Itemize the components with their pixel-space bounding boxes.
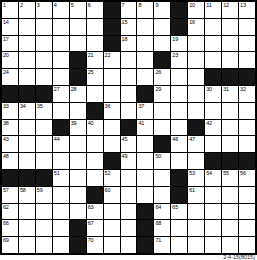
white-cell[interactable] xyxy=(137,19,153,35)
white-cell[interactable]: 24 xyxy=(2,69,18,85)
clue-number: 65 xyxy=(172,204,178,210)
clue-number: 54 xyxy=(206,170,212,176)
white-cell[interactable] xyxy=(53,220,69,236)
white-cell[interactable]: 20 xyxy=(2,52,18,68)
crossword-page: 1234567891011121314151617181920212223242… xyxy=(0,0,257,260)
white-cell[interactable]: 41 xyxy=(137,120,153,136)
white-cell[interactable] xyxy=(121,204,137,220)
white-cell[interactable]: 53 xyxy=(188,170,204,186)
white-cell[interactable] xyxy=(205,52,221,68)
white-cell[interactable] xyxy=(222,204,238,220)
white-cell[interactable] xyxy=(239,204,255,220)
white-cell[interactable]: 14 xyxy=(2,19,18,35)
clue-number: 55 xyxy=(223,170,229,176)
white-cell[interactable] xyxy=(53,204,69,220)
white-cell[interactable] xyxy=(205,220,221,236)
white-cell[interactable]: 38 xyxy=(2,120,18,136)
white-cell[interactable]: 44 xyxy=(53,136,69,152)
white-cell[interactable] xyxy=(205,19,221,35)
clue-number: 36 xyxy=(105,103,111,109)
white-cell[interactable] xyxy=(36,120,52,136)
white-cell[interactable]: 69 xyxy=(2,237,18,253)
black-cell xyxy=(137,237,153,253)
white-cell[interactable] xyxy=(205,103,221,119)
white-cell[interactable] xyxy=(154,120,170,136)
white-cell[interactable]: 11 xyxy=(205,2,221,18)
black-cell xyxy=(239,153,255,169)
white-cell[interactable] xyxy=(70,103,86,119)
black-cell xyxy=(171,170,187,186)
white-cell[interactable]: 54 xyxy=(205,170,221,186)
white-cell[interactable] xyxy=(188,103,204,119)
white-cell[interactable]: 5 xyxy=(70,2,86,18)
white-cell[interactable] xyxy=(188,86,204,102)
clue-number: 24 xyxy=(3,69,9,75)
white-cell[interactable]: 3 xyxy=(36,2,52,18)
white-cell[interactable] xyxy=(222,220,238,236)
white-cell[interactable] xyxy=(104,120,120,136)
white-cell[interactable] xyxy=(87,136,103,152)
white-cell[interactable] xyxy=(137,69,153,85)
white-cell[interactable] xyxy=(121,103,137,119)
white-cell[interactable] xyxy=(205,204,221,220)
clue-number: 21 xyxy=(88,52,94,58)
clue-number: 56 xyxy=(240,170,246,176)
white-cell[interactable]: 18 xyxy=(121,36,137,52)
black-cell xyxy=(222,69,238,85)
clue-number: 48 xyxy=(3,153,9,159)
white-cell[interactable] xyxy=(154,103,170,119)
clue-number: 45 xyxy=(122,136,128,142)
white-cell[interactable] xyxy=(171,69,187,85)
clue-number: 9 xyxy=(155,2,158,8)
white-cell[interactable] xyxy=(188,52,204,68)
white-cell[interactable] xyxy=(239,120,255,136)
white-cell[interactable]: 56 xyxy=(239,170,255,186)
white-cell[interactable] xyxy=(36,153,52,169)
clue-number: 26 xyxy=(155,69,161,75)
white-cell[interactable] xyxy=(239,220,255,236)
white-cell[interactable] xyxy=(171,86,187,102)
white-cell[interactable] xyxy=(19,153,35,169)
white-cell[interactable] xyxy=(53,19,69,35)
white-cell[interactable]: 45 xyxy=(121,136,137,152)
clue-number: 49 xyxy=(122,153,128,159)
white-cell[interactable] xyxy=(205,36,221,52)
white-cell[interactable] xyxy=(36,36,52,52)
white-cell[interactable]: 61 xyxy=(188,187,204,203)
white-cell[interactable]: 52 xyxy=(104,170,120,186)
white-cell[interactable] xyxy=(87,153,103,169)
black-cell xyxy=(171,2,187,18)
clue-number: 8 xyxy=(138,2,141,8)
white-cell[interactable]: 23 xyxy=(171,52,187,68)
white-cell[interactable] xyxy=(239,136,255,152)
black-cell xyxy=(104,2,120,18)
clue-number: 2 xyxy=(20,2,23,8)
white-cell[interactable]: 60 xyxy=(104,187,120,203)
white-cell[interactable] xyxy=(87,36,103,52)
white-cell[interactable] xyxy=(19,136,35,152)
white-cell[interactable]: 19 xyxy=(171,36,187,52)
clue-number: 43 xyxy=(3,136,9,142)
black-cell xyxy=(53,120,69,136)
white-cell[interactable] xyxy=(137,187,153,203)
white-cell[interactable]: 65 xyxy=(171,204,187,220)
white-cell[interactable]: 21 xyxy=(87,52,103,68)
clue-number: 1 xyxy=(3,2,6,8)
white-cell[interactable]: 64 xyxy=(154,204,170,220)
black-cell xyxy=(2,170,18,186)
clue-number: 33 xyxy=(3,103,9,109)
clue-number: 71 xyxy=(155,237,161,243)
clue-number: 68 xyxy=(155,220,161,226)
white-cell[interactable]: 7 xyxy=(121,2,137,18)
black-cell xyxy=(104,36,120,52)
white-cell[interactable] xyxy=(104,86,120,102)
clue-number: 17 xyxy=(3,36,9,42)
white-cell[interactable]: 34 xyxy=(19,103,35,119)
white-cell[interactable] xyxy=(154,170,170,186)
clue-number: 25 xyxy=(88,69,94,75)
clue-number: 20 xyxy=(3,52,9,58)
clue-number: 42 xyxy=(206,120,212,126)
white-cell[interactable]: 2 xyxy=(19,2,35,18)
black-cell xyxy=(205,69,221,85)
clue-number: 11 xyxy=(206,2,211,8)
black-cell xyxy=(104,153,120,169)
white-cell[interactable]: 36 xyxy=(104,103,120,119)
white-cell[interactable] xyxy=(222,52,238,68)
white-cell[interactable]: 29 xyxy=(154,86,170,102)
black-cell xyxy=(171,19,187,35)
clue-number: 38 xyxy=(3,120,9,126)
black-cell xyxy=(137,204,153,220)
clue-number: 22 xyxy=(105,52,111,58)
black-cell xyxy=(2,86,18,102)
black-cell xyxy=(70,52,86,68)
black-cell xyxy=(137,86,153,102)
white-cell[interactable] xyxy=(121,52,137,68)
clue-number: 14 xyxy=(3,19,9,25)
clue-number: 32 xyxy=(240,86,246,92)
white-cell[interactable] xyxy=(154,187,170,203)
white-cell[interactable]: 22 xyxy=(104,52,120,68)
white-cell[interactable] xyxy=(222,187,238,203)
white-cell[interactable]: 71 xyxy=(154,237,170,253)
white-cell[interactable]: 26 xyxy=(154,69,170,85)
white-cell[interactable] xyxy=(222,19,238,35)
clue-number: 64 xyxy=(155,204,161,210)
white-cell[interactable]: 16 xyxy=(188,19,204,35)
clue-number: 30 xyxy=(206,86,212,92)
black-cell xyxy=(137,220,153,236)
white-cell[interactable] xyxy=(19,36,35,52)
white-cell[interactable] xyxy=(121,237,137,253)
clue-number: 15 xyxy=(122,19,128,25)
white-cell[interactable] xyxy=(104,69,120,85)
white-cell[interactable] xyxy=(137,153,153,169)
white-cell[interactable] xyxy=(104,204,120,220)
black-cell xyxy=(70,220,86,236)
white-cell[interactable] xyxy=(70,187,86,203)
white-cell[interactable]: 51 xyxy=(53,170,69,186)
white-cell[interactable]: 27 xyxy=(53,86,69,102)
white-cell[interactable] xyxy=(70,19,86,35)
white-cell[interactable]: 4 xyxy=(53,2,69,18)
white-cell[interactable] xyxy=(222,120,238,136)
black-cell xyxy=(87,187,103,203)
white-cell[interactable] xyxy=(19,69,35,85)
white-cell[interactable] xyxy=(121,187,137,203)
white-cell[interactable]: 66 xyxy=(2,220,18,236)
black-cell xyxy=(36,86,52,102)
white-cell[interactable] xyxy=(70,170,86,186)
black-cell xyxy=(104,19,120,35)
clue-number: 53 xyxy=(189,170,195,176)
white-cell[interactable] xyxy=(205,237,221,253)
black-cell xyxy=(19,86,35,102)
white-cell[interactable]: 13 xyxy=(239,2,255,18)
white-cell[interactable] xyxy=(70,36,86,52)
white-cell[interactable] xyxy=(239,36,255,52)
clue-number: 60 xyxy=(105,187,111,193)
white-cell[interactable]: 37 xyxy=(137,103,153,119)
white-cell[interactable]: 50 xyxy=(154,153,170,169)
white-cell[interactable] xyxy=(53,52,69,68)
white-cell[interactable]: 58 xyxy=(19,187,35,203)
white-cell[interactable]: 42 xyxy=(205,120,221,136)
clue-number: 31 xyxy=(223,86,229,92)
clue-number: 57 xyxy=(3,187,9,193)
white-cell[interactable] xyxy=(188,220,204,236)
white-cell[interactable] xyxy=(137,136,153,152)
clue-number: 27 xyxy=(54,86,60,92)
white-cell[interactable]: 1 xyxy=(2,2,18,18)
clue-number: 63 xyxy=(88,204,94,210)
white-cell[interactable] xyxy=(53,36,69,52)
clue-number: 37 xyxy=(138,103,144,109)
white-cell[interactable]: 39 xyxy=(70,120,86,136)
white-cell[interactable] xyxy=(239,237,255,253)
white-cell[interactable] xyxy=(239,187,255,203)
white-cell[interactable] xyxy=(104,220,120,236)
white-cell[interactable] xyxy=(70,153,86,169)
white-cell[interactable] xyxy=(171,103,187,119)
white-cell[interactable]: 49 xyxy=(121,153,137,169)
clue-number: 66 xyxy=(3,220,9,226)
clue-number: 5 xyxy=(71,2,74,8)
white-cell[interactable] xyxy=(205,136,221,152)
white-cell[interactable]: 70 xyxy=(87,237,103,253)
white-cell[interactable] xyxy=(137,170,153,186)
white-cell[interactable]: 31 xyxy=(222,86,238,102)
white-cell[interactable] xyxy=(36,136,52,152)
white-cell[interactable] xyxy=(36,69,52,85)
white-cell[interactable]: 10 xyxy=(188,2,204,18)
black-cell xyxy=(154,52,170,68)
white-cell[interactable]: 43 xyxy=(2,136,18,152)
white-cell[interactable] xyxy=(137,52,153,68)
white-cell[interactable]: 35 xyxy=(36,103,52,119)
white-cell[interactable]: 57 xyxy=(2,187,18,203)
clue-number: 67 xyxy=(88,220,94,226)
white-cell[interactable] xyxy=(19,220,35,236)
white-cell[interactable]: 25 xyxy=(87,69,103,85)
white-cell[interactable] xyxy=(53,237,69,253)
white-cell[interactable]: 6 xyxy=(87,2,103,18)
black-cell xyxy=(188,120,204,136)
white-cell[interactable] xyxy=(188,237,204,253)
white-cell[interactable] xyxy=(121,220,137,236)
white-cell[interactable] xyxy=(239,103,255,119)
white-cell[interactable]: 55 xyxy=(222,170,238,186)
white-cell[interactable] xyxy=(239,52,255,68)
white-cell[interactable]: 30 xyxy=(205,86,221,102)
white-cell[interactable]: 12 xyxy=(222,2,238,18)
puzzle-code: 2-4-15(8015) xyxy=(0,255,256,260)
clue-number: 13 xyxy=(240,2,246,8)
white-cell[interactable]: 62 xyxy=(2,204,18,220)
clue-number: 47 xyxy=(189,136,195,142)
crossword-grid: 1234567891011121314151617181920212223242… xyxy=(0,0,257,255)
white-cell[interactable]: 15 xyxy=(121,19,137,35)
white-cell[interactable] xyxy=(121,69,137,85)
clue-number: 70 xyxy=(88,237,94,243)
clue-number: 52 xyxy=(105,170,111,176)
white-cell[interactable]: 28 xyxy=(70,86,86,102)
white-cell[interactable] xyxy=(171,237,187,253)
clue-number: 41 xyxy=(138,120,144,126)
white-cell[interactable] xyxy=(36,237,52,253)
clue-number: 34 xyxy=(20,103,26,109)
white-cell[interactable] xyxy=(53,103,69,119)
white-cell[interactable] xyxy=(104,237,120,253)
white-cell[interactable] xyxy=(171,153,187,169)
white-cell[interactable] xyxy=(188,69,204,85)
clue-number: 35 xyxy=(37,103,43,109)
clue-number: 6 xyxy=(88,2,91,8)
white-cell[interactable] xyxy=(87,170,103,186)
white-cell[interactable] xyxy=(171,220,187,236)
clue-number: 16 xyxy=(189,19,195,25)
white-cell[interactable] xyxy=(36,220,52,236)
white-cell[interactable] xyxy=(188,204,204,220)
clue-number: 59 xyxy=(37,187,43,193)
black-cell xyxy=(19,170,35,186)
white-cell[interactable] xyxy=(171,120,187,136)
clue-number: 50 xyxy=(155,153,161,159)
clue-number: 7 xyxy=(122,2,125,8)
clue-number: 40 xyxy=(88,120,94,126)
white-cell[interactable] xyxy=(19,120,35,136)
black-cell xyxy=(87,103,103,119)
white-cell[interactable] xyxy=(36,19,52,35)
white-cell[interactable]: 46 xyxy=(171,136,187,152)
black-cell xyxy=(154,136,170,152)
clue-number: 4 xyxy=(54,2,57,8)
white-cell[interactable] xyxy=(137,36,153,52)
white-cell[interactable]: 17 xyxy=(2,36,18,52)
white-cell[interactable] xyxy=(121,170,137,186)
white-cell[interactable] xyxy=(36,204,52,220)
white-cell[interactable] xyxy=(188,153,204,169)
clue-number: 62 xyxy=(3,204,9,210)
clue-number: 28 xyxy=(71,86,77,92)
black-cell xyxy=(70,69,86,85)
clue-number: 18 xyxy=(122,36,128,42)
clue-number: 29 xyxy=(155,86,161,92)
white-cell[interactable] xyxy=(121,86,137,102)
white-cell[interactable] xyxy=(205,187,221,203)
white-cell[interactable] xyxy=(53,153,69,169)
clue-number: 23 xyxy=(172,52,178,58)
white-cell[interactable] xyxy=(222,36,238,52)
white-cell[interactable]: 67 xyxy=(87,220,103,236)
clue-number: 12 xyxy=(223,2,229,8)
white-cell[interactable] xyxy=(222,136,238,152)
clue-number: 3 xyxy=(37,2,40,8)
white-cell[interactable]: 32 xyxy=(239,86,255,102)
white-cell[interactable]: 47 xyxy=(188,136,204,152)
white-cell[interactable]: 33 xyxy=(2,103,18,119)
white-cell[interactable] xyxy=(70,204,86,220)
white-cell[interactable]: 68 xyxy=(154,220,170,236)
clue-number: 19 xyxy=(172,36,178,42)
white-cell[interactable] xyxy=(19,52,35,68)
white-cell[interactable] xyxy=(87,19,103,35)
white-cell[interactable] xyxy=(70,136,86,152)
white-cell[interactable] xyxy=(222,237,238,253)
white-cell[interactable] xyxy=(53,69,69,85)
white-cell[interactable] xyxy=(19,19,35,35)
white-cell[interactable]: 40 xyxy=(87,120,103,136)
clue-number: 46 xyxy=(172,136,178,142)
black-cell xyxy=(205,153,221,169)
white-cell[interactable]: 8 xyxy=(137,2,153,18)
clue-number: 10 xyxy=(189,2,195,8)
white-cell[interactable] xyxy=(154,36,170,52)
black-cell xyxy=(171,187,187,203)
black-cell xyxy=(36,170,52,186)
white-cell[interactable] xyxy=(239,19,255,35)
clue-number: 51 xyxy=(54,170,60,176)
white-cell[interactable] xyxy=(19,204,35,220)
black-cell xyxy=(121,120,137,136)
white-cell[interactable]: 63 xyxy=(87,204,103,220)
clue-number: 61 xyxy=(189,187,195,193)
white-cell[interactable] xyxy=(87,86,103,102)
white-cell[interactable] xyxy=(188,36,204,52)
black-cell xyxy=(222,153,238,169)
white-cell[interactable] xyxy=(19,237,35,253)
white-cell[interactable] xyxy=(154,19,170,35)
white-cell[interactable] xyxy=(222,103,238,119)
white-cell[interactable]: 59 xyxy=(36,187,52,203)
black-cell xyxy=(70,237,86,253)
white-cell[interactable] xyxy=(53,187,69,203)
black-cell xyxy=(239,69,255,85)
white-cell[interactable] xyxy=(104,136,120,152)
clue-number: 58 xyxy=(20,187,26,193)
white-cell[interactable]: 9 xyxy=(154,2,170,18)
white-cell[interactable]: 48 xyxy=(2,153,18,169)
white-cell[interactable] xyxy=(36,52,52,68)
clue-number: 39 xyxy=(71,120,77,126)
clue-number: 69 xyxy=(3,237,9,243)
clue-number: 44 xyxy=(54,136,60,142)
